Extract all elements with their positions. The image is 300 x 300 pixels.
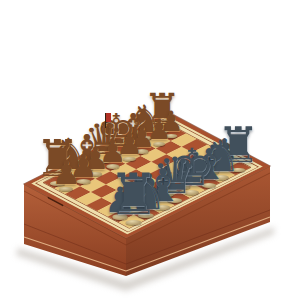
flag-cloth bbox=[106, 113, 111, 122]
chess-set-photo: ♜♟♞♟♝♟♚♟♛♟♟♝♜♟♟♞♞♟♟♜♝♟♟♚♟♛♟♝♟♞♟♜ bbox=[0, 0, 300, 300]
